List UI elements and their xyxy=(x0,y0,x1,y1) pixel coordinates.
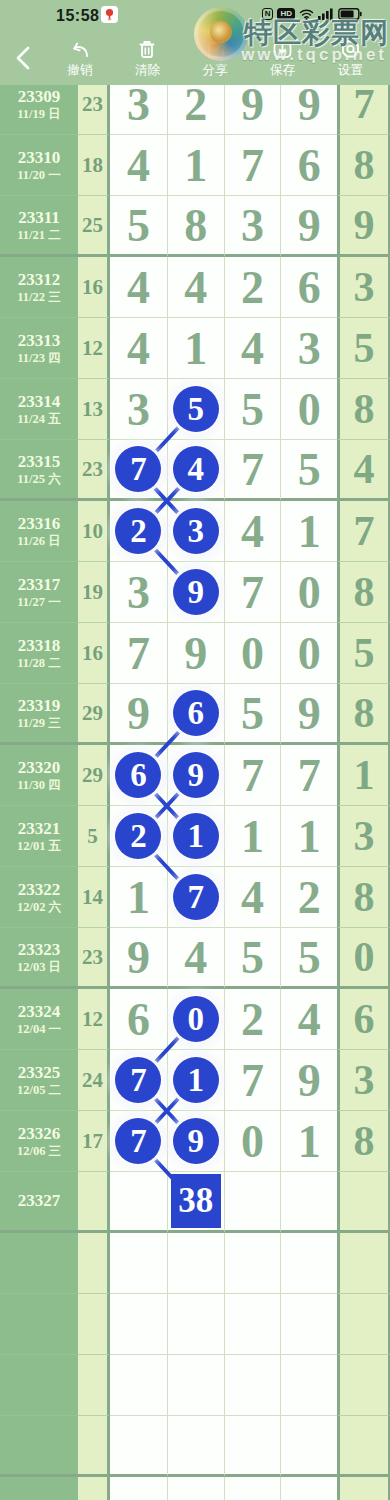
toolbar: 撤销 清除 分享 保存 设置 xyxy=(0,30,390,85)
period-cell: 2332512/05 二 xyxy=(0,1050,78,1111)
chart-row xyxy=(0,1416,390,1477)
period-label: 23323 xyxy=(18,940,61,960)
digit-cell[interactable] xyxy=(224,1477,281,1500)
period-cell: 2331311/23 四 xyxy=(0,318,78,379)
chart-row: 2331611/26 日1023417 xyxy=(0,501,390,562)
chart-row xyxy=(0,1294,390,1355)
digit-cell[interactable]: 4 xyxy=(167,928,224,989)
sum-cell: 16 xyxy=(78,257,110,318)
digit-cell[interactable]: 7 xyxy=(280,745,337,806)
digit-cell[interactable]: 4 xyxy=(110,318,167,379)
chart-row xyxy=(0,1233,390,1294)
date-label: 11/25 六 xyxy=(17,472,60,487)
digit-cell[interactable] xyxy=(167,1233,224,1294)
period-cell: 2331511/25 六 xyxy=(0,440,78,501)
period-cell: 2332112/01 五 xyxy=(0,806,78,867)
extra-cell xyxy=(337,1172,390,1233)
digit-cell[interactable]: 7 xyxy=(110,1050,167,1111)
extra-cell: 5 xyxy=(337,318,390,379)
sum-cell: 25 xyxy=(78,196,110,257)
digit-cell[interactable]: 7 xyxy=(167,867,224,928)
digit-cell[interactable]: 4 xyxy=(224,867,281,928)
period-cell: 2331111/21 二 xyxy=(0,196,78,257)
digit-cell[interactable]: 5 xyxy=(167,379,224,440)
circle-annotation[interactable]: 0 xyxy=(173,996,219,1042)
chart-row xyxy=(0,1355,390,1416)
digit-cell[interactable] xyxy=(167,1355,224,1416)
date-label: 12/01 五 xyxy=(17,839,61,854)
date-label: 11/24 五 xyxy=(17,412,60,427)
digit-cell[interactable] xyxy=(167,1416,224,1477)
digit-cell[interactable]: 0 xyxy=(224,623,281,684)
period-cell: 2331611/26 日 xyxy=(0,501,78,562)
chart-rows: 2330911/19 日23329972331011/20 一184176823… xyxy=(0,74,390,1500)
extra-cell: 8 xyxy=(337,1111,390,1172)
date-label: 12/05 二 xyxy=(17,1083,61,1098)
extra-cell: 1 xyxy=(337,745,390,806)
digit-cell[interactable]: 9 xyxy=(167,562,224,623)
digit-cell[interactable]: 7 xyxy=(224,1050,281,1111)
date-label: 12/03 日 xyxy=(17,960,61,975)
digit-cell[interactable]: 9 xyxy=(167,745,224,806)
digit-cell[interactable]: 6 xyxy=(280,257,337,318)
chart-row: 2331911/29 三2996598 xyxy=(0,684,390,745)
period-cell: 2332312/03 日 xyxy=(0,928,78,989)
digit-cell[interactable]: 1 xyxy=(110,867,167,928)
share-icon xyxy=(204,38,226,61)
digit-cell[interactable] xyxy=(280,1416,337,1477)
period-label: 23309 xyxy=(18,87,61,107)
period-cell: 2331011/20 一 xyxy=(0,135,78,196)
digit-cell[interactable]: 9 xyxy=(167,1111,224,1172)
digit-cell[interactable]: 9 xyxy=(167,623,224,684)
chart-row: 2332212/02 六1417428 xyxy=(0,867,390,928)
digit-cell[interactable]: 0 xyxy=(224,1111,281,1172)
digit-cell[interactable]: 3 xyxy=(110,562,167,623)
digit-cell[interactable]: 2 xyxy=(224,257,281,318)
sum-cell: 10 xyxy=(78,501,110,562)
status-icons: N HD xyxy=(262,8,362,20)
digit-cell[interactable] xyxy=(224,1416,281,1477)
digit-cell[interactable]: 8 xyxy=(167,196,224,257)
sum-cell: 12 xyxy=(78,989,110,1050)
digit-cell[interactable]: 0 xyxy=(280,379,337,440)
digit-cell[interactable]: 3 xyxy=(224,196,281,257)
digit-cell[interactable] xyxy=(280,1233,337,1294)
period-label: 23317 xyxy=(18,575,61,595)
sum-cell xyxy=(78,1172,110,1233)
digit-cell[interactable] xyxy=(167,1477,224,1500)
circle-annotation[interactable]: 5 xyxy=(173,386,219,432)
digit-cell[interactable]: 0 xyxy=(280,623,337,684)
settings-label: 设置 xyxy=(338,63,363,77)
digit-cell[interactable]: 9 xyxy=(110,684,167,745)
download-icon xyxy=(271,38,294,61)
period-label: 23321 xyxy=(18,819,61,839)
share-label: 分享 xyxy=(202,63,227,77)
save-button[interactable]: 保存 xyxy=(255,38,311,77)
digit-cell[interactable]: 4 xyxy=(110,135,167,196)
period-cell xyxy=(0,1477,78,1500)
chart-row: 2331511/25 六2374754 xyxy=(0,440,390,501)
top-bar: 15:58 N HD 撤销 xyxy=(0,0,390,85)
period-label: 23316 xyxy=(18,514,61,534)
digit-cell[interactable]: 9 xyxy=(110,928,167,989)
period-cell: 2331811/28 二 xyxy=(0,623,78,684)
date-label: 12/02 六 xyxy=(17,900,61,915)
circle-annotation[interactable]: 1 xyxy=(173,813,219,859)
digit-cell[interactable]: 4 xyxy=(167,257,224,318)
extra-cell xyxy=(337,1294,390,1355)
settings-icon xyxy=(339,38,362,61)
period-cell xyxy=(0,1294,78,1355)
undo-button[interactable]: 撤销 xyxy=(52,39,108,77)
status-bar: 15:58 N HD xyxy=(0,0,390,30)
extra-cell: 3 xyxy=(337,1050,390,1111)
back-button[interactable] xyxy=(0,45,46,71)
signal-icon xyxy=(318,8,334,20)
circle-annotation[interactable]: 4 xyxy=(173,446,219,492)
extra-cell: 0 xyxy=(337,928,390,989)
digit-cell[interactable]: 0 xyxy=(280,562,337,623)
chart-row: 2332738 xyxy=(0,1172,390,1233)
digit-cell[interactable] xyxy=(110,1355,167,1416)
period-cell: 2331411/24 五 xyxy=(0,379,78,440)
digit-cell[interactable]: 9 xyxy=(280,684,337,745)
digit-cell[interactable]: 1 xyxy=(167,1050,224,1111)
digit-cell[interactable]: 7 xyxy=(110,1111,167,1172)
digit-cell[interactable]: 38 xyxy=(167,1172,224,1233)
sum-cell: 23 xyxy=(78,440,110,501)
period-label: 23315 xyxy=(18,452,61,472)
n-badge-icon: N xyxy=(262,8,274,20)
extra-cell: 5 xyxy=(337,623,390,684)
sum-cell xyxy=(78,1233,110,1294)
digit-cell[interactable] xyxy=(110,1172,167,1233)
share-button[interactable]: 分享 xyxy=(187,38,243,77)
digit-cell[interactable]: 7 xyxy=(224,745,281,806)
chart-row: 2331711/27 一1939708 xyxy=(0,562,390,623)
extra-cell: 8 xyxy=(337,135,390,196)
date-label: 11/20 一 xyxy=(17,168,60,183)
extra-cell: 8 xyxy=(337,867,390,928)
sum-cell: 29 xyxy=(78,745,110,806)
circle-annotation[interactable]: 7 xyxy=(115,1118,161,1164)
sum-cell: 12 xyxy=(78,318,110,379)
trend-chart: 2330911/19 日23329972331011/20 一184176823… xyxy=(0,74,390,1500)
digit-cell[interactable]: 6 xyxy=(167,684,224,745)
digit-cell[interactable]: 1 xyxy=(280,501,337,562)
chart-row xyxy=(0,1477,390,1500)
circle-annotation[interactable]: 3 xyxy=(173,508,219,554)
sum-cell: 13 xyxy=(78,379,110,440)
digit-cell[interactable]: 1 xyxy=(280,1111,337,1172)
date-label: 11/19 日 xyxy=(17,107,60,122)
digit-cell[interactable]: 4 xyxy=(110,257,167,318)
digit-cell[interactable]: 1 xyxy=(167,318,224,379)
date-label: 11/28 二 xyxy=(17,656,60,671)
chart-row: 2331211/22 三1644263 xyxy=(0,257,390,318)
digit-cell[interactable] xyxy=(224,1172,281,1233)
extra-cell: 6 xyxy=(337,989,390,1050)
chart-row: 2331811/28 二1679005 xyxy=(0,623,390,684)
period-label: 23325 xyxy=(18,1063,61,1083)
hd-badge-icon: HD xyxy=(277,8,295,20)
digit-cell[interactable]: 0 xyxy=(167,989,224,1050)
app-screen: 2330911/19 日23329972331011/20 一184176823… xyxy=(0,0,390,1500)
digit-cell[interactable]: 9 xyxy=(280,1050,337,1111)
trash-icon xyxy=(136,38,158,61)
sum-cell: 17 xyxy=(78,1111,110,1172)
undo-icon xyxy=(68,39,92,61)
digit-cell[interactable] xyxy=(224,1233,281,1294)
digit-cell[interactable] xyxy=(280,1294,337,1355)
period-label: 23318 xyxy=(18,636,61,656)
circle-annotation[interactable]: 6 xyxy=(173,690,219,736)
date-label: 11/30 四 xyxy=(17,778,60,793)
sum-cell: 24 xyxy=(78,1050,110,1111)
chart-row: 2332512/05 二2471793 xyxy=(0,1050,390,1111)
chart-row: 2332412/04 一1260246 xyxy=(0,989,390,1050)
period-label: 23327 xyxy=(18,1191,61,1211)
wifi-icon xyxy=(299,8,314,20)
battery-icon xyxy=(338,8,362,20)
circle-annotation[interactable]: 1 xyxy=(173,1057,219,1103)
digit-cell[interactable]: 6 xyxy=(280,135,337,196)
clear-button[interactable]: 清除 xyxy=(119,38,175,77)
sum-cell xyxy=(78,1477,110,1500)
clock: 15:58 xyxy=(56,7,99,25)
date-label: 11/26 日 xyxy=(17,534,60,549)
digit-cell[interactable]: 1 xyxy=(167,806,224,867)
digit-cell[interactable]: 3 xyxy=(110,379,167,440)
sum-cell xyxy=(78,1416,110,1477)
extra-cell: 8 xyxy=(337,684,390,745)
sum-cell: 18 xyxy=(78,135,110,196)
digit-cell[interactable]: 7 xyxy=(110,623,167,684)
digit-cell[interactable]: 6 xyxy=(110,745,167,806)
prediction-box[interactable]: 38 xyxy=(171,1174,221,1228)
date-label: 11/23 四 xyxy=(17,351,60,366)
period-cell: 2332412/04 一 xyxy=(0,989,78,1050)
period-label: 23310 xyxy=(18,148,61,168)
settings-button[interactable]: 设置 xyxy=(322,38,378,77)
digit-cell[interactable]: 5 xyxy=(224,379,281,440)
clear-label: 清除 xyxy=(135,63,160,77)
period-label: 23314 xyxy=(18,392,61,412)
undo-label: 撤销 xyxy=(67,63,92,77)
digit-cell[interactable] xyxy=(224,1294,281,1355)
chart-row: 2331111/21 二2558399 xyxy=(0,196,390,257)
digit-cell[interactable]: 3 xyxy=(280,318,337,379)
extra-cell: 7 xyxy=(337,501,390,562)
period-label: 23312 xyxy=(18,270,61,290)
digit-cell[interactable]: 1 xyxy=(167,135,224,196)
digit-cell[interactable]: 4 xyxy=(280,989,337,1050)
circle-annotation[interactable]: 7 xyxy=(173,874,219,920)
digit-cell[interactable]: 5 xyxy=(280,440,337,501)
chart-row: 2332112/01 五521113 xyxy=(0,806,390,867)
digit-cell[interactable] xyxy=(224,1355,281,1416)
chart-row: 2332612/06 三1779018 xyxy=(0,1111,390,1172)
digit-cell[interactable]: 2 xyxy=(280,867,337,928)
digit-cell[interactable] xyxy=(167,1294,224,1355)
period-label: 23326 xyxy=(18,1124,61,1144)
digit-cell[interactable]: 1 xyxy=(280,806,337,867)
digit-cell[interactable]: 4 xyxy=(224,318,281,379)
digit-cell[interactable] xyxy=(280,1355,337,1416)
digit-cell[interactable]: 5 xyxy=(224,684,281,745)
chart-row: 2331411/24 五1335508 xyxy=(0,379,390,440)
sum-cell: 29 xyxy=(78,684,110,745)
circle-annotation[interactable]: 9 xyxy=(173,569,219,615)
sum-cell xyxy=(78,1355,110,1416)
sum-cell: 23 xyxy=(78,928,110,989)
digit-cell[interactable]: 6 xyxy=(110,989,167,1050)
sum-cell xyxy=(78,1294,110,1355)
extra-cell: 9 xyxy=(337,196,390,257)
save-label: 保存 xyxy=(270,63,295,77)
period-cell xyxy=(0,1355,78,1416)
digit-cell[interactable]: 2 xyxy=(110,501,167,562)
digit-cell[interactable]: 4 xyxy=(224,501,281,562)
sum-cell: 5 xyxy=(78,806,110,867)
chevron-left-icon xyxy=(14,45,32,71)
period-cell xyxy=(0,1416,78,1477)
date-label: 12/04 一 xyxy=(17,1022,61,1037)
extra-cell xyxy=(337,1355,390,1416)
digit-cell[interactable]: 7 xyxy=(224,135,281,196)
extra-cell xyxy=(337,1477,390,1500)
digit-cell[interactable] xyxy=(110,1416,167,1477)
period-cell: 23327 xyxy=(0,1172,78,1233)
date-label: 12/06 三 xyxy=(17,1144,61,1159)
digit-cell[interactable]: 5 xyxy=(224,928,281,989)
digit-cell[interactable]: 4 xyxy=(167,440,224,501)
chart-row: 2331311/23 四1241435 xyxy=(0,318,390,379)
period-cell: 2331711/27 一 xyxy=(0,562,78,623)
chart-row: 2331011/20 一1841768 xyxy=(0,135,390,196)
extra-cell xyxy=(337,1416,390,1477)
extra-cell: 8 xyxy=(337,562,390,623)
digit-cell[interactable] xyxy=(280,1477,337,1500)
period-label: 23311 xyxy=(18,208,60,228)
circle-annotation[interactable]: 2 xyxy=(115,508,161,554)
circle-annotation[interactable]: 2 xyxy=(115,813,161,859)
sum-cell: 19 xyxy=(78,562,110,623)
period-cell: 2331911/29 三 xyxy=(0,684,78,745)
period-cell: 2332011/30 四 xyxy=(0,745,78,806)
circle-annotation[interactable]: 9 xyxy=(173,1118,219,1164)
digit-cell[interactable]: 7 xyxy=(224,440,281,501)
date-label: 11/22 三 xyxy=(17,290,60,305)
period-cell xyxy=(0,1233,78,1294)
extra-cell: 4 xyxy=(337,440,390,501)
digit-cell[interactable]: 7 xyxy=(110,440,167,501)
period-label: 23324 xyxy=(18,1002,61,1022)
digit-cell[interactable] xyxy=(110,1477,167,1500)
digit-cell[interactable]: 2 xyxy=(110,806,167,867)
period-cell: 2331211/22 三 xyxy=(0,257,78,318)
period-label: 23313 xyxy=(18,331,61,351)
digit-cell[interactable]: 3 xyxy=(167,501,224,562)
chart-row: 2332011/30 四2969771 xyxy=(0,745,390,806)
circle-annotation[interactable]: 7 xyxy=(115,446,161,492)
sum-cell: 14 xyxy=(78,867,110,928)
extra-cell: 3 xyxy=(337,257,390,318)
period-label: 23320 xyxy=(18,758,61,778)
period-label: 23322 xyxy=(18,880,61,900)
extra-cell xyxy=(337,1233,390,1294)
digit-cell[interactable]: 5 xyxy=(280,928,337,989)
digit-cell[interactable] xyxy=(110,1233,167,1294)
period-label: 23319 xyxy=(18,696,61,716)
period-cell: 2332212/02 六 xyxy=(0,867,78,928)
location-pin-icon xyxy=(101,6,118,23)
date-label: 11/29 三 xyxy=(17,716,60,731)
extra-cell: 8 xyxy=(337,379,390,440)
digit-cell[interactable]: 5 xyxy=(110,196,167,257)
date-label: 11/27 一 xyxy=(17,595,60,610)
digit-cell[interactable] xyxy=(110,1294,167,1355)
circle-annotation[interactable]: 9 xyxy=(173,752,219,798)
sum-cell: 16 xyxy=(78,623,110,684)
date-label: 11/21 二 xyxy=(17,228,60,243)
chart-row: 2332312/03 日2394550 xyxy=(0,928,390,989)
circle-annotation[interactable]: 6 xyxy=(115,752,161,798)
digit-cell[interactable]: 7 xyxy=(224,562,281,623)
circle-annotation[interactable]: 7 xyxy=(115,1057,161,1103)
digit-cell[interactable]: 2 xyxy=(224,989,281,1050)
digit-cell[interactable]: 1 xyxy=(224,806,281,867)
extra-cell: 3 xyxy=(337,806,390,867)
digit-cell[interactable] xyxy=(280,1172,337,1233)
digit-cell[interactable]: 9 xyxy=(280,196,337,257)
period-cell: 2332612/06 三 xyxy=(0,1111,78,1172)
